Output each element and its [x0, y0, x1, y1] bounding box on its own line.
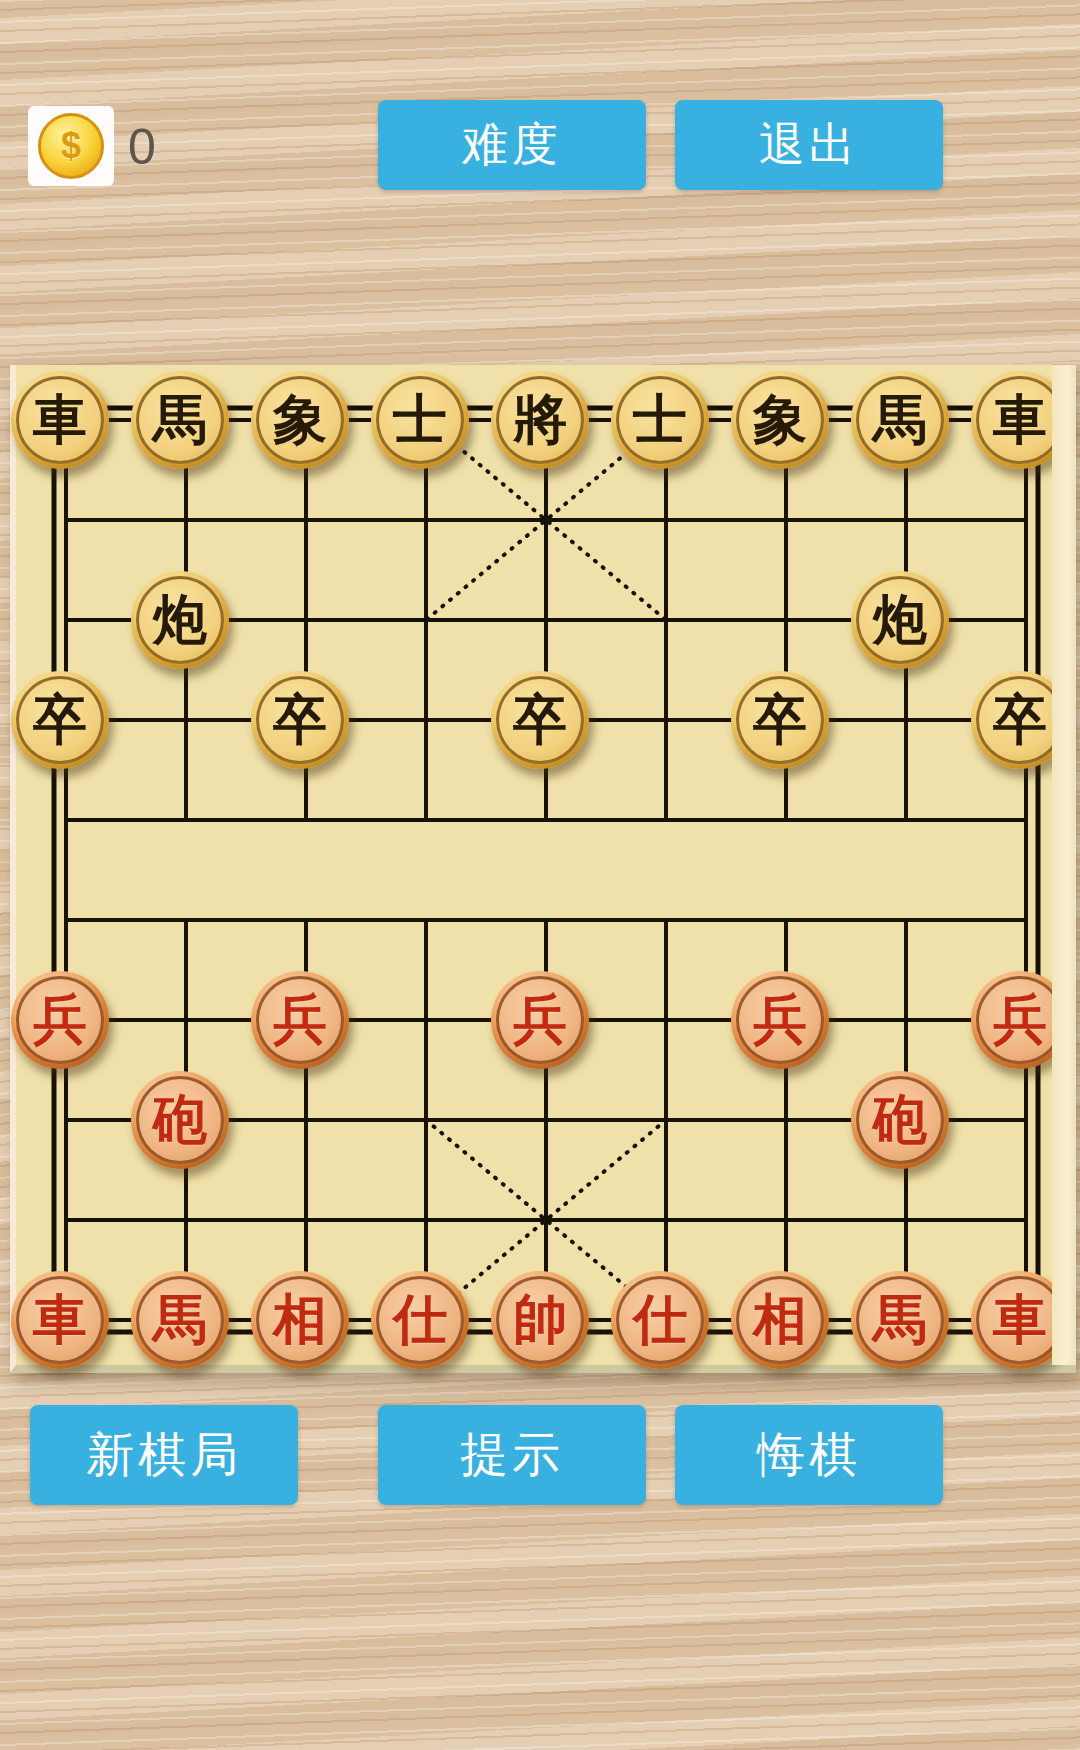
piece-glyph: 卒	[513, 692, 567, 746]
pieces-layer[interactable]: 車馬象士將士象馬車炮炮卒卒卒卒卒兵兵兵兵兵砲砲車馬相仕帥仕相馬車	[0, 370, 1080, 1370]
piece-glyph: 兵	[993, 992, 1047, 1046]
piece-red-馬[interactable]: 馬	[131, 1271, 229, 1369]
piece-glyph: 兵	[753, 992, 807, 1046]
piece-face: 炮	[136, 576, 224, 664]
piece-glyph: 將	[513, 392, 567, 446]
piece-red-兵[interactable]: 兵	[731, 971, 829, 1069]
piece-black-卒[interactable]: 卒	[251, 671, 349, 769]
piece-black-士[interactable]: 士	[611, 371, 709, 469]
piece-glyph: 馬	[153, 1292, 207, 1346]
piece-black-馬[interactable]: 馬	[131, 371, 229, 469]
piece-face: 相	[736, 1276, 824, 1364]
piece-red-帥[interactable]: 帥	[491, 1271, 589, 1369]
piece-glyph: 象	[273, 392, 327, 446]
piece-face: 馬	[856, 376, 944, 464]
piece-face: 車	[16, 376, 104, 464]
piece-face: 車	[16, 1276, 104, 1364]
piece-face: 仕	[376, 1276, 464, 1364]
piece-face: 車	[976, 1276, 1064, 1364]
piece-glyph: 相	[273, 1292, 327, 1346]
piece-red-兵[interactable]: 兵	[491, 971, 589, 1069]
piece-glyph: 車	[33, 1292, 87, 1346]
piece-glyph: 相	[753, 1292, 807, 1346]
piece-face: 卒	[496, 676, 584, 764]
piece-face: 卒	[256, 676, 344, 764]
piece-glyph: 兵	[513, 992, 567, 1046]
piece-glyph: 仕	[393, 1292, 447, 1346]
piece-face: 仕	[616, 1276, 704, 1364]
undo-button[interactable]: 悔棋	[675, 1405, 943, 1505]
piece-face: 相	[256, 1276, 344, 1364]
piece-glyph: 帥	[513, 1292, 567, 1346]
piece-face: 象	[256, 376, 344, 464]
piece-glyph: 馬	[153, 392, 207, 446]
piece-black-車[interactable]: 車	[11, 371, 109, 469]
piece-glyph: 砲	[873, 1092, 927, 1146]
coin-icon: $	[38, 113, 104, 179]
piece-black-象[interactable]: 象	[731, 371, 829, 469]
piece-glyph: 車	[993, 1292, 1047, 1346]
piece-black-將[interactable]: 將	[491, 371, 589, 469]
piece-face: 砲	[856, 1076, 944, 1164]
piece-glyph: 兵	[273, 992, 327, 1046]
piece-red-兵[interactable]: 兵	[11, 971, 109, 1069]
piece-red-仕[interactable]: 仕	[371, 1271, 469, 1369]
piece-face: 卒	[16, 676, 104, 764]
piece-red-砲[interactable]: 砲	[851, 1071, 949, 1169]
piece-face: 馬	[136, 1276, 224, 1364]
piece-glyph: 象	[753, 392, 807, 446]
piece-face: 卒	[736, 676, 824, 764]
piece-face: 卒	[976, 676, 1064, 764]
piece-face: 馬	[856, 1276, 944, 1364]
piece-glyph: 卒	[273, 692, 327, 746]
piece-black-卒[interactable]: 卒	[731, 671, 829, 769]
piece-face: 士	[376, 376, 464, 464]
piece-glyph: 炮	[153, 592, 207, 646]
piece-face: 士	[616, 376, 704, 464]
piece-face: 兵	[16, 976, 104, 1064]
piece-face: 炮	[856, 576, 944, 664]
piece-black-士[interactable]: 士	[371, 371, 469, 469]
piece-red-砲[interactable]: 砲	[131, 1071, 229, 1169]
piece-glyph: 卒	[33, 692, 87, 746]
piece-face: 兵	[496, 976, 584, 1064]
piece-glyph: 士	[633, 392, 687, 446]
piece-face: 將	[496, 376, 584, 464]
piece-face: 兵	[976, 976, 1064, 1064]
piece-glyph: 炮	[873, 592, 927, 646]
piece-red-車[interactable]: 車	[11, 1271, 109, 1369]
piece-face: 砲	[136, 1076, 224, 1164]
piece-glyph: 兵	[33, 992, 87, 1046]
piece-red-馬[interactable]: 馬	[851, 1271, 949, 1369]
piece-red-仕[interactable]: 仕	[611, 1271, 709, 1369]
coin-count: 0	[128, 118, 156, 176]
board-edge-bevel	[1052, 365, 1076, 1365]
piece-glyph: 卒	[753, 692, 807, 746]
piece-face: 兵	[736, 976, 824, 1064]
piece-black-卒[interactable]: 卒	[491, 671, 589, 769]
piece-red-相[interactable]: 相	[731, 1271, 829, 1369]
piece-glyph: 砲	[153, 1092, 207, 1146]
difficulty-button[interactable]: 难度	[378, 100, 646, 190]
piece-face: 兵	[256, 976, 344, 1064]
piece-glyph: 車	[33, 392, 87, 446]
piece-red-相[interactable]: 相	[251, 1271, 349, 1369]
piece-face: 馬	[136, 376, 224, 464]
piece-glyph: 卒	[993, 692, 1047, 746]
piece-black-馬[interactable]: 馬	[851, 371, 949, 469]
piece-glyph: 馬	[873, 392, 927, 446]
piece-glyph: 仕	[633, 1292, 687, 1346]
piece-face: 車	[976, 376, 1064, 464]
piece-black-炮[interactable]: 炮	[131, 571, 229, 669]
coin-box: $	[28, 106, 114, 186]
new-game-button[interactable]: 新棋局	[30, 1405, 298, 1505]
piece-glyph: 馬	[873, 1292, 927, 1346]
exit-button[interactable]: 退出	[675, 100, 943, 190]
piece-red-兵[interactable]: 兵	[251, 971, 349, 1069]
hint-button[interactable]: 提示	[378, 1405, 646, 1505]
piece-face: 帥	[496, 1276, 584, 1364]
piece-glyph: 車	[993, 392, 1047, 446]
xiangqi-board[interactable]: 車馬象士將士象馬車炮炮卒卒卒卒卒兵兵兵兵兵砲砲車馬相仕帥仕相馬車	[10, 365, 1076, 1373]
piece-black-炮[interactable]: 炮	[851, 571, 949, 669]
piece-black-卒[interactable]: 卒	[11, 671, 109, 769]
piece-face: 象	[736, 376, 824, 464]
piece-glyph: 士	[393, 392, 447, 446]
piece-black-象[interactable]: 象	[251, 371, 349, 469]
